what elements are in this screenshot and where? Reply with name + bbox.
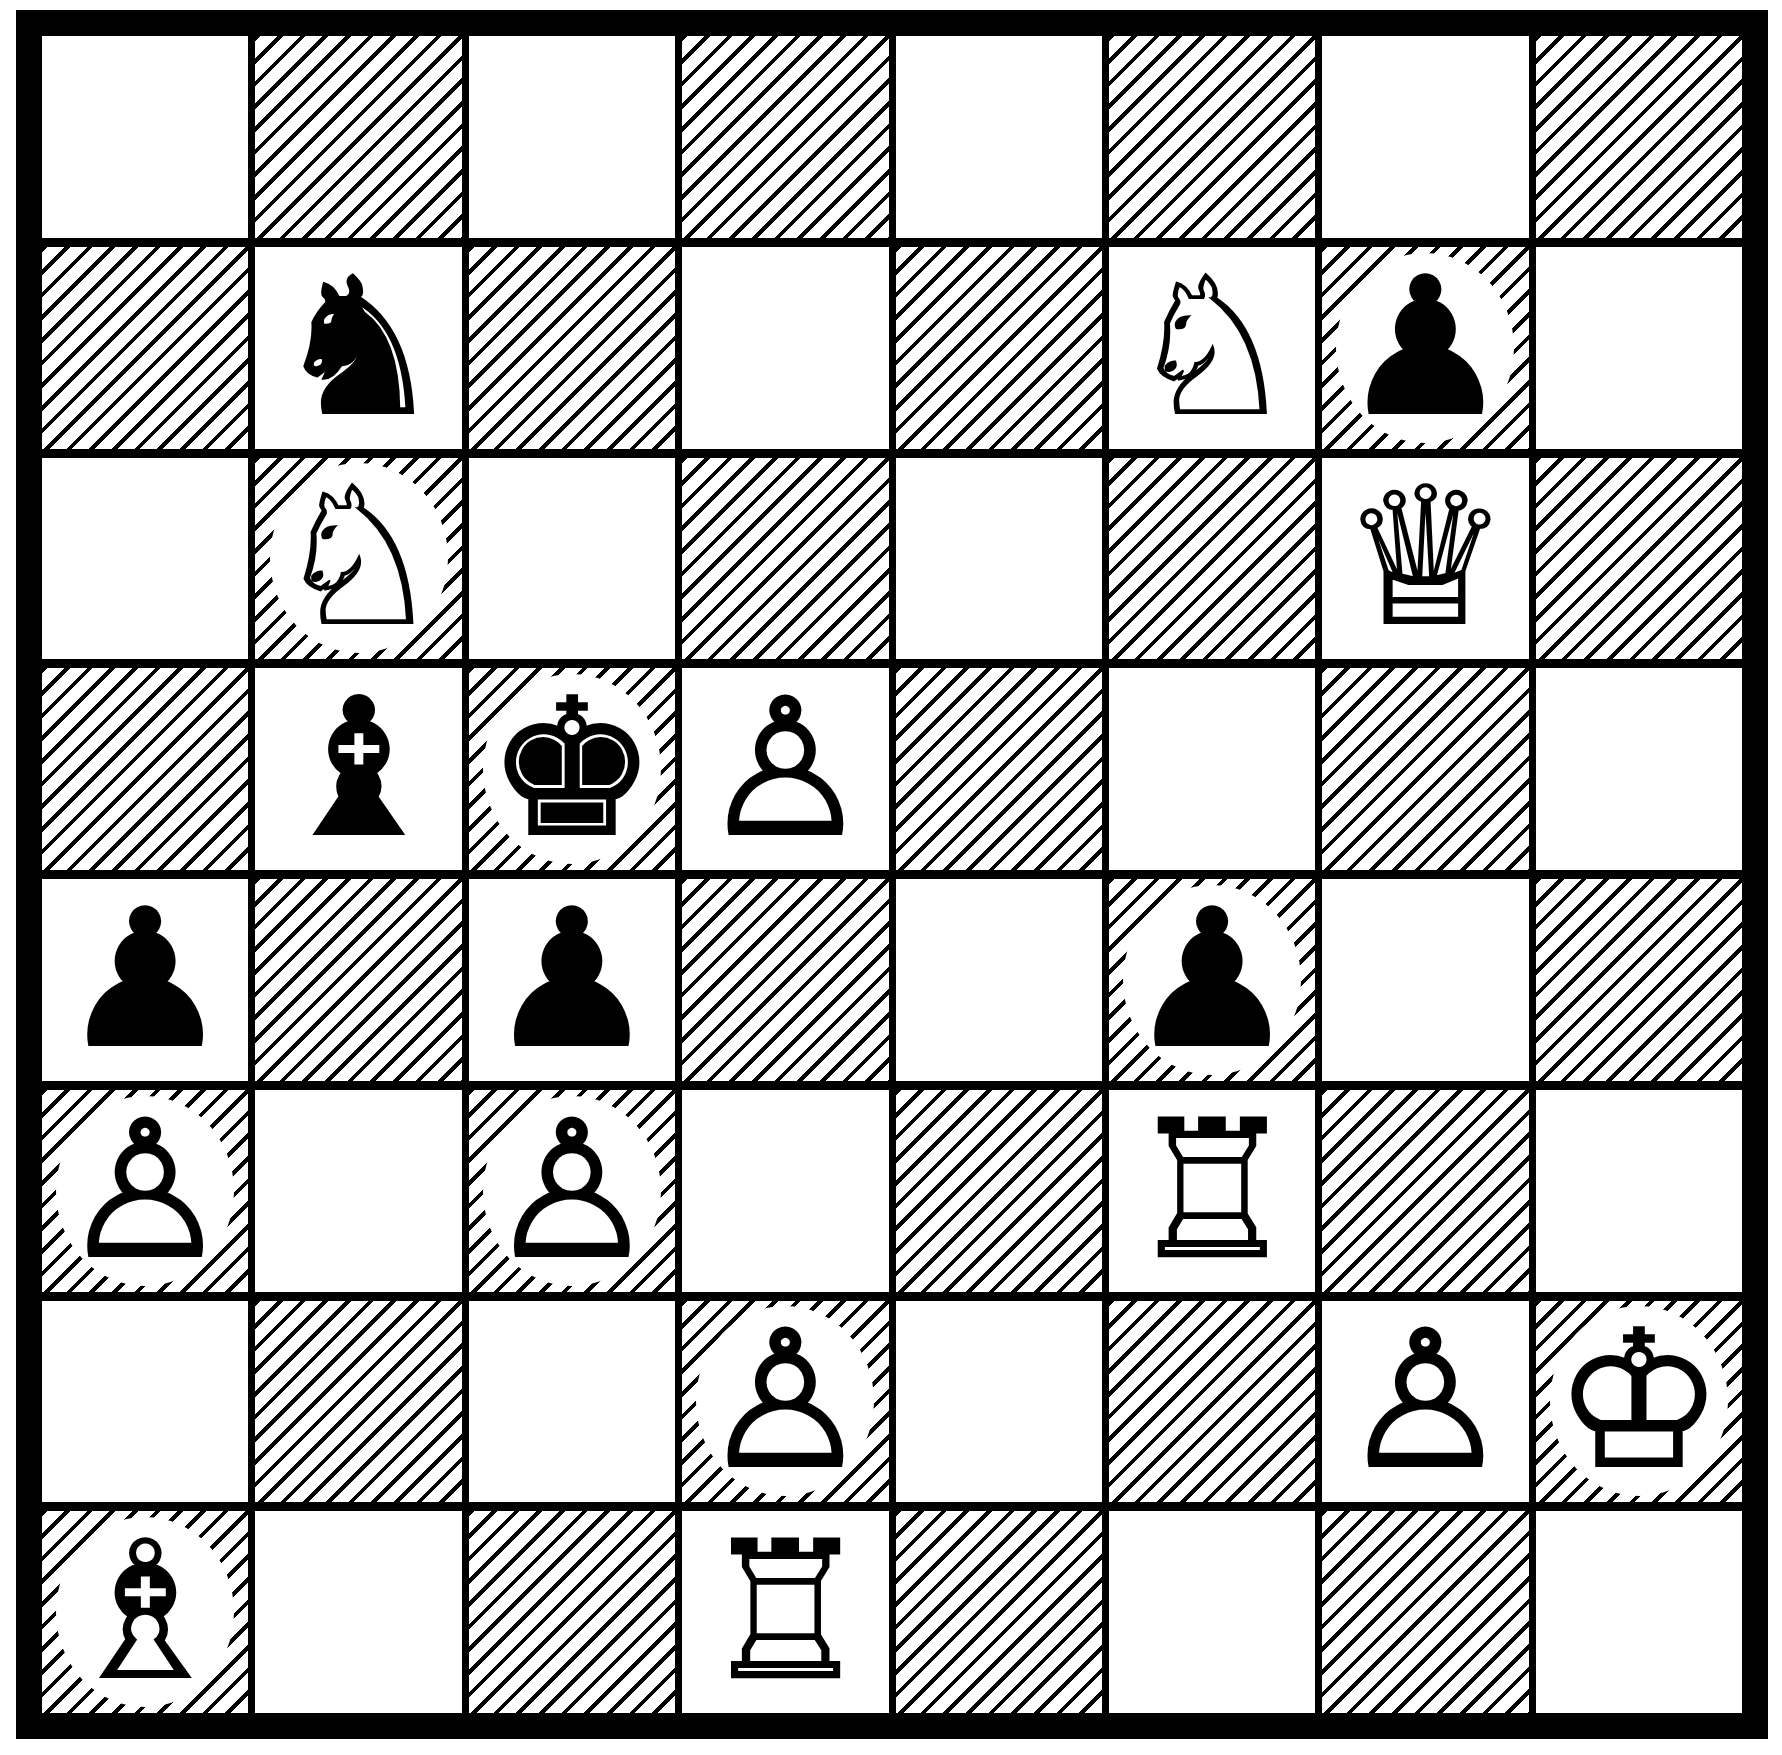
white-pawn-piece[interactable]: ♙ [696,674,874,864]
square-g8[interactable] [1322,36,1528,238]
white-rook-piece[interactable]: ♖ [696,1517,874,1707]
white-knight-piece[interactable]: ♘ [1123,253,1301,443]
square-f8[interactable] [1109,36,1315,238]
square-g4[interactable] [1322,879,1528,1081]
square-d4[interactable] [682,879,888,1081]
square-d3[interactable] [682,1090,888,1292]
square-f3[interactable]: ♖ [1109,1090,1315,1292]
white-rook-piece[interactable]: ♖ [1123,1096,1301,1286]
square-h2[interactable]: ♔ [1536,1301,1742,1503]
square-e8[interactable] [896,36,1102,238]
square-d1[interactable]: ♖ [682,1511,888,1713]
black-bishop-piece[interactable]: ♝ [270,674,448,864]
square-e4[interactable] [896,879,1102,1081]
square-c4[interactable]: ♟ [469,879,675,1081]
square-g3[interactable] [1322,1090,1528,1292]
white-pawn-piece[interactable]: ♙ [696,1306,874,1496]
square-g2[interactable]: ♙ [1322,1301,1528,1503]
square-c1[interactable] [469,1511,675,1713]
square-g5[interactable] [1322,668,1528,870]
square-a3[interactable]: ♙ [42,1090,248,1292]
square-a6[interactable] [42,458,248,660]
board-diagram: ♞♘♟♘♕♝♚♙♟♟♟♙♙♖♙♙♔♗♖ [0,0,1782,1755]
square-f5[interactable] [1109,668,1315,870]
square-a8[interactable] [42,36,248,238]
square-f4[interactable]: ♟ [1109,879,1315,1081]
square-e7[interactable] [896,247,1102,449]
square-h5[interactable] [1536,668,1742,870]
square-a2[interactable] [42,1301,248,1503]
square-b6[interactable]: ♘ [255,458,461,660]
square-d8[interactable] [682,36,888,238]
chess-board: ♞♘♟♘♕♝♚♙♟♟♟♙♙♖♙♙♔♗♖ [16,10,1768,1739]
black-knight-piece[interactable]: ♞ [270,253,448,443]
square-b3[interactable] [255,1090,461,1292]
square-h8[interactable] [1536,36,1742,238]
square-b4[interactable] [255,879,461,1081]
square-b5[interactable]: ♝ [255,668,461,870]
square-e6[interactable] [896,458,1102,660]
white-knight-piece[interactable]: ♘ [270,463,448,653]
square-h4[interactable] [1536,879,1742,1081]
square-h7[interactable] [1536,247,1742,449]
white-queen-piece[interactable]: ♕ [1336,463,1514,653]
square-h6[interactable] [1536,458,1742,660]
square-a1[interactable]: ♗ [42,1511,248,1713]
square-a7[interactable] [42,247,248,449]
square-c2[interactable] [469,1301,675,1503]
square-h1[interactable] [1536,1511,1742,1713]
square-g1[interactable] [1322,1511,1528,1713]
square-e2[interactable] [896,1301,1102,1503]
white-pawn-piece[interactable]: ♙ [56,1096,234,1286]
white-pawn-piece[interactable]: ♙ [1336,1306,1514,1496]
square-c8[interactable] [469,36,675,238]
square-d5[interactable]: ♙ [682,668,888,870]
square-f1[interactable] [1109,1511,1315,1713]
black-pawn-piece[interactable]: ♟ [483,885,661,1075]
square-f7[interactable]: ♘ [1109,247,1315,449]
square-f6[interactable] [1109,458,1315,660]
white-pawn-piece[interactable]: ♙ [483,1096,661,1286]
square-b8[interactable] [255,36,461,238]
square-b2[interactable] [255,1301,461,1503]
square-c3[interactable]: ♙ [469,1090,675,1292]
square-g7[interactable]: ♟ [1322,247,1528,449]
black-king-piece[interactable]: ♚ [483,674,661,864]
black-pawn-piece[interactable]: ♟ [1336,253,1514,443]
square-a4[interactable]: ♟ [42,879,248,1081]
square-c7[interactable] [469,247,675,449]
square-d7[interactable] [682,247,888,449]
white-king-piece[interactable]: ♔ [1550,1306,1728,1496]
square-b7[interactable]: ♞ [255,247,461,449]
square-e3[interactable] [896,1090,1102,1292]
black-pawn-piece[interactable]: ♟ [1123,885,1301,1075]
square-c5[interactable]: ♚ [469,668,675,870]
square-b1[interactable] [255,1511,461,1713]
square-e5[interactable] [896,668,1102,870]
square-d2[interactable]: ♙ [682,1301,888,1503]
square-a5[interactable] [42,668,248,870]
square-f2[interactable] [1109,1301,1315,1503]
square-h3[interactable] [1536,1090,1742,1292]
square-d6[interactable] [682,458,888,660]
white-bishop-piece[interactable]: ♗ [56,1517,234,1707]
square-g6[interactable]: ♕ [1322,458,1528,660]
black-pawn-piece[interactable]: ♟ [56,885,234,1075]
square-c6[interactable] [469,458,675,660]
square-e1[interactable] [896,1511,1102,1713]
